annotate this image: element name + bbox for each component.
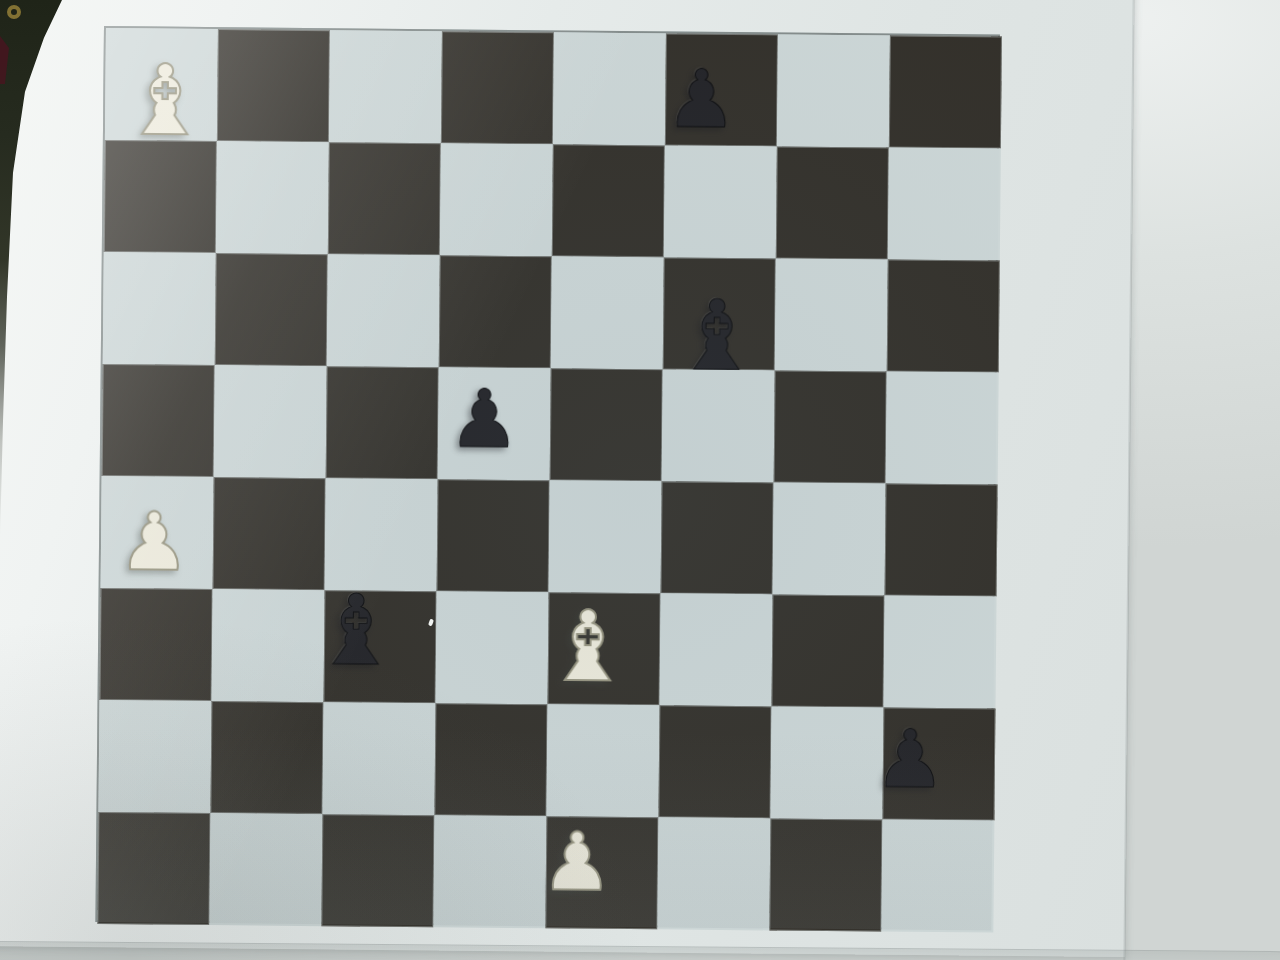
black-pawn: ♟ xyxy=(874,719,946,800)
square-b2[interactable] xyxy=(210,701,323,814)
square-b8[interactable] xyxy=(217,29,330,142)
square-g3[interactable] xyxy=(771,594,884,707)
square-g5[interactable] xyxy=(774,370,887,483)
square-b7[interactable] xyxy=(216,141,329,254)
square-c5[interactable] xyxy=(326,366,439,479)
black-pawn: ♟ xyxy=(448,379,520,460)
square-c3[interactable]: ♝ xyxy=(324,590,437,703)
square-f1[interactable] xyxy=(657,817,770,930)
white-bishop: ♝ xyxy=(544,598,632,696)
square-b6[interactable] xyxy=(215,253,328,366)
square-h6[interactable] xyxy=(887,260,1000,373)
square-a5[interactable] xyxy=(102,364,215,477)
square-c7[interactable] xyxy=(328,142,441,255)
white-pawn: ♟ xyxy=(541,822,613,903)
photo-viewport: ♝♟♝♟♟♝♝♟♟ xyxy=(0,0,1280,960)
square-a8[interactable]: ♝ xyxy=(105,28,218,141)
square-e4[interactable] xyxy=(549,480,662,593)
square-e3[interactable]: ♝ xyxy=(548,592,661,705)
square-h7[interactable] xyxy=(888,148,1001,261)
square-d8[interactable] xyxy=(441,31,554,144)
square-a3[interactable] xyxy=(100,588,213,701)
square-g8[interactable] xyxy=(777,34,890,147)
white-bishop: ♝ xyxy=(121,52,209,150)
square-b5[interactable] xyxy=(214,365,327,478)
square-g4[interactable] xyxy=(773,482,886,595)
square-c6[interactable] xyxy=(327,254,440,367)
square-c8[interactable] xyxy=(329,30,442,143)
square-h2[interactable]: ♟ xyxy=(882,708,995,821)
square-h3[interactable] xyxy=(883,596,996,709)
square-d5[interactable]: ♟ xyxy=(438,367,551,480)
square-h8[interactable] xyxy=(889,36,1002,149)
black-bishop: ♝ xyxy=(312,582,400,680)
square-g6[interactable] xyxy=(775,258,888,371)
square-f5[interactable] xyxy=(662,369,775,482)
square-b1[interactable] xyxy=(209,813,322,926)
square-e6[interactable] xyxy=(551,256,664,369)
square-e8[interactable] xyxy=(553,32,666,145)
square-f7[interactable] xyxy=(664,145,777,258)
square-f6[interactable]: ♝ xyxy=(663,257,776,370)
chess-board: ♝♟♝♟♟♝♝♟♟ xyxy=(95,26,1000,931)
square-g7[interactable] xyxy=(776,146,889,259)
square-g2[interactable] xyxy=(770,706,883,819)
square-a6[interactable] xyxy=(103,252,216,365)
square-e5[interactable] xyxy=(550,368,663,481)
square-a2[interactable] xyxy=(98,700,211,813)
square-c2[interactable] xyxy=(322,702,435,815)
square-h5[interactable] xyxy=(886,372,999,485)
square-f2[interactable] xyxy=(658,705,771,818)
square-f8[interactable]: ♟ xyxy=(665,33,778,146)
square-a1[interactable] xyxy=(97,812,210,925)
square-g1[interactable] xyxy=(769,818,882,931)
square-e2[interactable] xyxy=(546,704,659,817)
square-c1[interactable] xyxy=(321,814,434,927)
white-pawn: ♟ xyxy=(118,502,190,583)
square-f4[interactable] xyxy=(661,481,774,594)
square-d4[interactable] xyxy=(437,479,550,592)
square-d6[interactable] xyxy=(439,255,552,368)
square-e1[interactable]: ♟ xyxy=(545,816,658,929)
corner-ring-detail xyxy=(7,5,21,19)
square-b3[interactable] xyxy=(212,589,325,702)
square-d3[interactable] xyxy=(436,591,549,704)
square-d7[interactable] xyxy=(440,143,553,256)
square-d2[interactable] xyxy=(434,703,547,816)
square-a4[interactable]: ♟ xyxy=(101,476,214,589)
square-h1[interactable] xyxy=(881,820,994,933)
square-c4[interactable] xyxy=(325,478,438,591)
square-a7[interactable] xyxy=(104,140,217,253)
square-h4[interactable] xyxy=(885,484,998,597)
square-d1[interactable] xyxy=(433,815,546,928)
square-e7[interactable] xyxy=(552,144,665,257)
square-f3[interactable] xyxy=(660,593,773,706)
black-pawn: ♟ xyxy=(665,59,737,140)
square-b4[interactable] xyxy=(213,477,326,590)
